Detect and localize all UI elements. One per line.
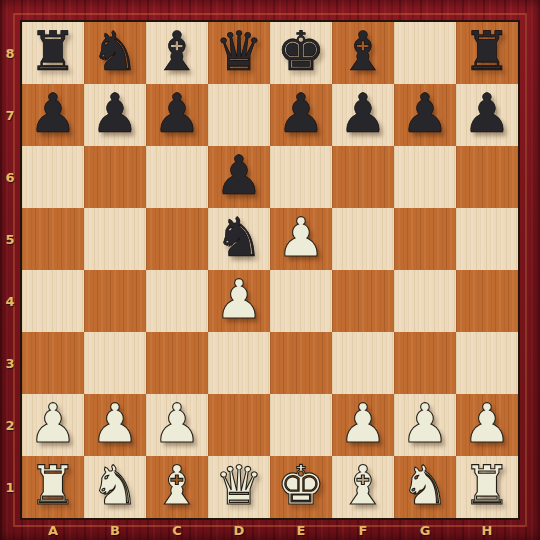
- square-c8[interactable]: ♝: [146, 22, 208, 84]
- rank-label-6: 6: [0, 146, 20, 208]
- square-g8[interactable]: [394, 22, 456, 84]
- square-e8[interactable]: ♚: [270, 22, 332, 84]
- square-h5[interactable]: [456, 208, 518, 270]
- square-c2[interactable]: ♟: [146, 394, 208, 456]
- square-d6[interactable]: ♟: [208, 146, 270, 208]
- square-e7[interactable]: ♟: [270, 84, 332, 146]
- square-b1[interactable]: ♞: [84, 456, 146, 518]
- rank-label-4: 4: [0, 270, 20, 332]
- piece-white-pawn[interactable]: ♟: [332, 394, 394, 456]
- square-f2[interactable]: ♟: [332, 394, 394, 456]
- file-label-c: C: [146, 520, 208, 540]
- piece-black-king[interactable]: ♚: [270, 22, 332, 84]
- square-f3[interactable]: [332, 332, 394, 394]
- piece-white-pawn[interactable]: ♟: [394, 394, 456, 456]
- piece-black-rook[interactable]: ♜: [22, 22, 84, 84]
- file-label-f: F: [332, 520, 394, 540]
- square-a2[interactable]: ♟: [22, 394, 84, 456]
- file-label-a: A: [22, 520, 84, 540]
- square-c1[interactable]: ♝: [146, 456, 208, 518]
- rank-label-7: 7: [0, 84, 20, 146]
- square-f8[interactable]: ♝: [332, 22, 394, 84]
- square-a4[interactable]: [22, 270, 84, 332]
- square-e2[interactable]: [270, 394, 332, 456]
- piece-black-pawn[interactable]: ♟: [456, 84, 518, 146]
- piece-white-rook[interactable]: ♜: [22, 456, 84, 518]
- square-f5[interactable]: [332, 208, 394, 270]
- square-e3[interactable]: [270, 332, 332, 394]
- piece-white-pawn[interactable]: ♟: [84, 394, 146, 456]
- square-h2[interactable]: ♟: [456, 394, 518, 456]
- square-c7[interactable]: ♟: [146, 84, 208, 146]
- square-b3[interactable]: [84, 332, 146, 394]
- piece-white-bishop[interactable]: ♝: [332, 456, 394, 518]
- piece-black-pawn[interactable]: ♟: [394, 84, 456, 146]
- chess-board: ♜♞♝♛♚♝♜♟♟♟♟♟♟♟♟♞♟♟♟♟♟♟♟♟♜♞♝♛♚♝♞♜: [20, 20, 520, 520]
- square-b8[interactable]: ♞: [84, 22, 146, 84]
- piece-black-knight[interactable]: ♞: [208, 208, 270, 270]
- piece-black-queen[interactable]: ♛: [208, 22, 270, 84]
- square-e1[interactable]: ♚: [270, 456, 332, 518]
- piece-white-pawn[interactable]: ♟: [146, 394, 208, 456]
- square-d8[interactable]: ♛: [208, 22, 270, 84]
- piece-black-pawn[interactable]: ♟: [22, 84, 84, 146]
- square-g7[interactable]: ♟: [394, 84, 456, 146]
- piece-white-knight[interactable]: ♞: [84, 456, 146, 518]
- piece-white-king[interactable]: ♚: [270, 456, 332, 518]
- square-c4[interactable]: [146, 270, 208, 332]
- square-a6[interactable]: [22, 146, 84, 208]
- file-label-g: G: [394, 520, 456, 540]
- square-f1[interactable]: ♝: [332, 456, 394, 518]
- square-f4[interactable]: [332, 270, 394, 332]
- piece-white-queen[interactable]: ♛: [208, 456, 270, 518]
- file-label-h: H: [456, 520, 518, 540]
- rank-labels: 87654321: [0, 22, 20, 518]
- square-e4[interactable]: [270, 270, 332, 332]
- square-a7[interactable]: ♟: [22, 84, 84, 146]
- square-h8[interactable]: ♜: [456, 22, 518, 84]
- file-label-d: D: [208, 520, 270, 540]
- rank-label-8: 8: [0, 22, 20, 84]
- square-g1[interactable]: ♞: [394, 456, 456, 518]
- square-d4[interactable]: ♟: [208, 270, 270, 332]
- file-label-e: E: [270, 520, 332, 540]
- piece-white-rook[interactable]: ♜: [456, 456, 518, 518]
- piece-black-bishop[interactable]: ♝: [146, 22, 208, 84]
- square-a3[interactable]: [22, 332, 84, 394]
- file-label-b: B: [84, 520, 146, 540]
- square-b4[interactable]: [84, 270, 146, 332]
- square-g3[interactable]: [394, 332, 456, 394]
- square-g5[interactable]: [394, 208, 456, 270]
- square-e6[interactable]: [270, 146, 332, 208]
- piece-white-pawn[interactable]: ♟: [22, 394, 84, 456]
- rank-label-3: 3: [0, 332, 20, 394]
- square-f6[interactable]: [332, 146, 394, 208]
- square-f7[interactable]: ♟: [332, 84, 394, 146]
- square-h3[interactable]: [456, 332, 518, 394]
- piece-white-pawn[interactable]: ♟: [208, 270, 270, 332]
- square-g6[interactable]: [394, 146, 456, 208]
- square-d5[interactable]: ♞: [208, 208, 270, 270]
- square-g2[interactable]: ♟: [394, 394, 456, 456]
- square-b7[interactable]: ♟: [84, 84, 146, 146]
- square-d1[interactable]: ♛: [208, 456, 270, 518]
- square-d2[interactable]: [208, 394, 270, 456]
- piece-black-knight[interactable]: ♞: [84, 22, 146, 84]
- piece-black-rook[interactable]: ♜: [456, 22, 518, 84]
- square-d3[interactable]: [208, 332, 270, 394]
- piece-white-pawn[interactable]: ♟: [456, 394, 518, 456]
- square-c5[interactable]: [146, 208, 208, 270]
- rank-label-5: 5: [0, 208, 20, 270]
- square-b6[interactable]: [84, 146, 146, 208]
- square-a8[interactable]: ♜: [22, 22, 84, 84]
- piece-white-knight[interactable]: ♞: [394, 456, 456, 518]
- square-a5[interactable]: [22, 208, 84, 270]
- square-h4[interactable]: [456, 270, 518, 332]
- square-e5[interactable]: ♟: [270, 208, 332, 270]
- square-b5[interactable]: [84, 208, 146, 270]
- piece-black-bishop[interactable]: ♝: [332, 22, 394, 84]
- piece-black-pawn[interactable]: ♟: [208, 146, 270, 208]
- square-h1[interactable]: ♜: [456, 456, 518, 518]
- rank-label-2: 2: [0, 394, 20, 456]
- square-b2[interactable]: ♟: [84, 394, 146, 456]
- square-a1[interactable]: ♜: [22, 456, 84, 518]
- piece-black-pawn[interactable]: ♟: [332, 84, 394, 146]
- square-g4[interactable]: [394, 270, 456, 332]
- piece-black-pawn[interactable]: ♟: [84, 84, 146, 146]
- square-h6[interactable]: [456, 146, 518, 208]
- square-c3[interactable]: [146, 332, 208, 394]
- piece-black-pawn[interactable]: ♟: [146, 84, 208, 146]
- square-h7[interactable]: ♟: [456, 84, 518, 146]
- square-d7[interactable]: [208, 84, 270, 146]
- chess-board-frame: 87654321 ABCDEFGH ♜♞♝♛♚♝♜♟♟♟♟♟♟♟♟♞♟♟♟♟♟♟…: [0, 0, 540, 540]
- piece-white-pawn[interactable]: ♟: [270, 208, 332, 270]
- file-labels: ABCDEFGH: [22, 520, 518, 540]
- piece-white-bishop[interactable]: ♝: [146, 456, 208, 518]
- square-c6[interactable]: [146, 146, 208, 208]
- rank-label-1: 1: [0, 456, 20, 518]
- piece-black-pawn[interactable]: ♟: [270, 84, 332, 146]
